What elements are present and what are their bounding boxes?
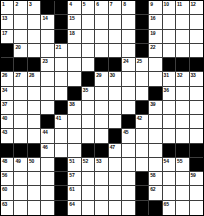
white-cell[interactable] bbox=[82, 44, 95, 58]
white-cell[interactable]: 8 bbox=[122, 1, 135, 15]
white-cell[interactable] bbox=[14, 129, 27, 143]
white-cell[interactable] bbox=[14, 201, 27, 215]
white-cell[interactable] bbox=[28, 201, 41, 215]
white-cell[interactable]: 28 bbox=[28, 72, 41, 86]
white-cell[interactable] bbox=[82, 30, 95, 44]
white-cell[interactable] bbox=[82, 186, 95, 200]
black-cell bbox=[41, 1, 54, 15]
white-cell[interactable] bbox=[122, 101, 135, 115]
clue-number: 52 bbox=[83, 158, 88, 164]
clue-number: 41 bbox=[56, 115, 61, 121]
white-cell[interactable] bbox=[82, 58, 95, 72]
black-cell bbox=[163, 144, 176, 158]
white-cell[interactable] bbox=[68, 129, 81, 143]
white-cell[interactable] bbox=[41, 186, 54, 200]
white-cell[interactable]: 30 bbox=[109, 72, 122, 86]
white-cell[interactable]: 41 bbox=[55, 115, 68, 129]
clue-number: 27 bbox=[15, 72, 20, 78]
black-cell bbox=[149, 201, 162, 215]
white-cell[interactable] bbox=[28, 101, 41, 115]
white-cell[interactable] bbox=[41, 101, 54, 115]
white-cell[interactable] bbox=[176, 15, 189, 29]
clue-number: 21 bbox=[56, 44, 61, 50]
clue-number: 10 bbox=[164, 1, 169, 7]
white-cell[interactable] bbox=[122, 158, 135, 172]
black-cell bbox=[55, 30, 68, 44]
white-cell[interactable]: 14 bbox=[41, 15, 54, 29]
white-cell[interactable] bbox=[109, 172, 122, 186]
black-cell bbox=[136, 15, 149, 29]
white-cell[interactable] bbox=[190, 115, 203, 129]
clue-number: 37 bbox=[2, 101, 7, 107]
white-cell[interactable] bbox=[163, 172, 176, 186]
black-cell bbox=[55, 101, 68, 115]
white-cell[interactable]: 5 bbox=[82, 1, 95, 15]
white-cell[interactable]: 58 bbox=[149, 172, 162, 186]
black-cell bbox=[55, 172, 68, 186]
white-cell[interactable] bbox=[122, 44, 135, 58]
clue-number: 9 bbox=[150, 1, 153, 7]
white-cell[interactable]: 32 bbox=[176, 72, 189, 86]
black-cell bbox=[95, 58, 108, 72]
white-cell[interactable]: 40 bbox=[1, 115, 14, 129]
clue-number: 16 bbox=[150, 15, 155, 21]
white-cell[interactable] bbox=[28, 115, 41, 129]
white-cell[interactable]: 53 bbox=[95, 158, 108, 172]
white-cell[interactable] bbox=[82, 15, 95, 29]
white-cell[interactable] bbox=[122, 72, 135, 86]
white-cell[interactable]: 13 bbox=[1, 15, 14, 29]
white-cell[interactable] bbox=[122, 144, 135, 158]
white-cell[interactable] bbox=[190, 101, 203, 115]
white-cell[interactable] bbox=[28, 186, 41, 200]
white-cell[interactable]: 39 bbox=[149, 101, 162, 115]
white-cell[interactable] bbox=[41, 158, 54, 172]
white-cell[interactable] bbox=[136, 129, 149, 143]
white-cell[interactable] bbox=[68, 58, 81, 72]
white-cell[interactable] bbox=[41, 44, 54, 58]
white-cell[interactable]: 22 bbox=[149, 44, 162, 58]
white-cell[interactable] bbox=[136, 158, 149, 172]
clue-number: 64 bbox=[69, 201, 74, 207]
clue-number: 33 bbox=[191, 72, 196, 78]
black-cell bbox=[109, 58, 122, 72]
white-cell[interactable] bbox=[136, 72, 149, 86]
white-cell[interactable]: 54 bbox=[163, 158, 176, 172]
white-cell[interactable]: 1 bbox=[1, 1, 14, 15]
white-cell[interactable]: 57 bbox=[68, 172, 81, 186]
white-cell[interactable]: 33 bbox=[190, 72, 203, 86]
clue-number: 49 bbox=[15, 158, 20, 164]
black-cell bbox=[41, 115, 54, 129]
white-cell[interactable] bbox=[122, 172, 135, 186]
white-cell[interactable] bbox=[122, 186, 135, 200]
white-cell[interactable]: 52 bbox=[82, 158, 95, 172]
white-cell[interactable] bbox=[190, 186, 203, 200]
black-cell bbox=[136, 186, 149, 200]
white-cell[interactable] bbox=[163, 101, 176, 115]
black-cell bbox=[163, 58, 176, 72]
clue-number: 54 bbox=[164, 158, 169, 164]
white-cell[interactable] bbox=[82, 101, 95, 115]
white-cell[interactable] bbox=[55, 87, 68, 101]
white-cell[interactable]: 64 bbox=[68, 201, 81, 215]
white-cell[interactable]: 27 bbox=[14, 72, 27, 86]
white-cell[interactable]: 36 bbox=[163, 87, 176, 101]
white-cell[interactable]: 29 bbox=[95, 72, 108, 86]
clue-number: 35 bbox=[83, 87, 88, 93]
black-cell bbox=[176, 144, 189, 158]
white-cell[interactable]: 38 bbox=[68, 101, 81, 115]
white-cell[interactable] bbox=[149, 158, 162, 172]
black-cell bbox=[55, 15, 68, 29]
white-cell[interactable] bbox=[95, 186, 108, 200]
clue-number: 20 bbox=[15, 44, 20, 50]
white-cell[interactable]: 48 bbox=[1, 158, 14, 172]
white-cell[interactable] bbox=[163, 186, 176, 200]
white-cell[interactable] bbox=[176, 101, 189, 115]
white-cell[interactable] bbox=[176, 129, 189, 143]
white-cell[interactable] bbox=[95, 201, 108, 215]
clue-number: 34 bbox=[2, 87, 7, 93]
white-cell[interactable] bbox=[176, 172, 189, 186]
clue-number: 26 bbox=[2, 72, 7, 78]
black-cell bbox=[190, 144, 203, 158]
white-cell[interactable] bbox=[41, 30, 54, 44]
white-cell[interactable] bbox=[176, 87, 189, 101]
clue-number: 63 bbox=[2, 201, 7, 207]
clue-number: 39 bbox=[150, 101, 155, 107]
white-cell[interactable] bbox=[14, 15, 27, 29]
white-cell[interactable] bbox=[109, 44, 122, 58]
white-cell[interactable] bbox=[163, 15, 176, 29]
black-cell bbox=[136, 101, 149, 115]
black-cell bbox=[136, 172, 149, 186]
white-cell[interactable] bbox=[82, 201, 95, 215]
white-cell[interactable]: 18 bbox=[68, 30, 81, 44]
clue-number: 22 bbox=[150, 44, 155, 50]
clue-number: 58 bbox=[150, 172, 155, 178]
clue-number: 44 bbox=[42, 129, 47, 135]
white-cell[interactable] bbox=[41, 72, 54, 86]
clue-number: 48 bbox=[2, 158, 7, 164]
white-cell[interactable]: 62 bbox=[149, 186, 162, 200]
white-cell[interactable] bbox=[28, 15, 41, 29]
black-cell bbox=[14, 144, 27, 158]
clue-number: 4 bbox=[69, 1, 72, 7]
black-cell bbox=[82, 72, 95, 86]
clue-number: 29 bbox=[96, 72, 101, 78]
clue-number: 62 bbox=[150, 186, 155, 192]
white-cell[interactable] bbox=[28, 129, 41, 143]
white-cell[interactable] bbox=[109, 15, 122, 29]
white-cell[interactable] bbox=[109, 115, 122, 129]
white-cell[interactable] bbox=[14, 186, 27, 200]
white-cell[interactable]: 34 bbox=[1, 87, 14, 101]
black-cell bbox=[136, 201, 149, 215]
white-cell[interactable]: 17 bbox=[1, 30, 14, 44]
black-cell bbox=[190, 58, 203, 72]
clue-number: 2 bbox=[15, 1, 18, 7]
white-cell[interactable] bbox=[82, 172, 95, 186]
white-cell[interactable]: 19 bbox=[149, 30, 162, 44]
white-cell[interactable]: 59 bbox=[190, 172, 203, 186]
clue-number: 6 bbox=[96, 1, 99, 7]
white-cell[interactable] bbox=[190, 15, 203, 29]
clue-number: 55 bbox=[177, 158, 182, 164]
white-cell[interactable]: 24 bbox=[122, 58, 135, 72]
white-cell[interactable]: 63 bbox=[1, 201, 14, 215]
white-cell[interactable] bbox=[95, 44, 108, 58]
clue-number: 40 bbox=[2, 115, 7, 121]
white-cell[interactable] bbox=[149, 144, 162, 158]
white-cell[interactable] bbox=[122, 15, 135, 29]
clue-number: 1 bbox=[2, 1, 5, 7]
white-cell[interactable] bbox=[82, 115, 95, 129]
white-cell[interactable] bbox=[28, 87, 41, 101]
white-cell[interactable] bbox=[122, 201, 135, 215]
clue-number: 32 bbox=[177, 72, 182, 78]
white-cell[interactable] bbox=[109, 186, 122, 200]
white-cell[interactable]: 44 bbox=[41, 129, 54, 143]
white-cell[interactable] bbox=[136, 87, 149, 101]
white-cell[interactable]: 56 bbox=[1, 172, 14, 186]
clue-number: 57 bbox=[69, 172, 74, 178]
white-cell[interactable]: 6 bbox=[95, 1, 108, 15]
white-cell[interactable] bbox=[95, 87, 108, 101]
white-cell[interactable] bbox=[14, 87, 27, 101]
white-cell[interactable] bbox=[68, 144, 81, 158]
white-cell[interactable] bbox=[149, 72, 162, 86]
black-cell bbox=[55, 1, 68, 15]
white-cell[interactable]: 20 bbox=[14, 44, 27, 58]
white-cell[interactable] bbox=[14, 172, 27, 186]
white-cell[interactable]: 49 bbox=[14, 158, 27, 172]
white-cell[interactable] bbox=[163, 129, 176, 143]
white-cell[interactable] bbox=[95, 15, 108, 29]
white-cell[interactable]: 26 bbox=[1, 72, 14, 86]
white-cell[interactable] bbox=[109, 87, 122, 101]
white-cell[interactable] bbox=[136, 144, 149, 158]
white-cell[interactable] bbox=[55, 72, 68, 86]
white-cell[interactable]: 61 bbox=[68, 186, 81, 200]
crossword-board: 1234567891011121314151617181920212223242… bbox=[0, 0, 204, 216]
black-cell bbox=[176, 58, 189, 72]
white-cell[interactable] bbox=[176, 186, 189, 200]
clue-number: 47 bbox=[110, 144, 115, 150]
white-cell[interactable]: 21 bbox=[55, 44, 68, 58]
white-cell[interactable] bbox=[176, 115, 189, 129]
clue-number: 12 bbox=[191, 1, 196, 7]
white-cell[interactable] bbox=[55, 58, 68, 72]
clue-number: 60 bbox=[2, 186, 7, 192]
clue-number: 51 bbox=[69, 158, 74, 164]
white-cell[interactable] bbox=[190, 87, 203, 101]
white-cell[interactable]: 3 bbox=[28, 1, 41, 15]
white-cell[interactable]: 12 bbox=[190, 1, 203, 15]
clue-number: 3 bbox=[29, 1, 32, 7]
white-cell[interactable] bbox=[95, 101, 108, 115]
white-cell[interactable]: 23 bbox=[41, 58, 54, 72]
clue-number: 25 bbox=[137, 58, 142, 64]
white-cell[interactable] bbox=[82, 129, 95, 143]
white-cell[interactable] bbox=[95, 115, 108, 129]
white-cell[interactable] bbox=[28, 172, 41, 186]
black-cell bbox=[55, 158, 68, 172]
black-cell bbox=[68, 87, 81, 101]
white-cell[interactable] bbox=[95, 129, 108, 143]
white-cell[interactable]: 15 bbox=[68, 15, 81, 29]
clue-number: 53 bbox=[96, 158, 101, 164]
white-cell[interactable]: 37 bbox=[1, 101, 14, 115]
white-cell[interactable] bbox=[176, 201, 189, 215]
clue-number: 36 bbox=[164, 87, 169, 93]
clue-number: 30 bbox=[110, 72, 115, 78]
white-cell[interactable] bbox=[14, 30, 27, 44]
white-cell[interactable] bbox=[55, 129, 68, 143]
white-cell[interactable] bbox=[122, 30, 135, 44]
white-cell[interactable] bbox=[190, 44, 203, 58]
white-cell[interactable] bbox=[122, 87, 135, 101]
black-cell bbox=[136, 44, 149, 58]
white-cell[interactable]: 51 bbox=[68, 158, 81, 172]
white-cell[interactable] bbox=[109, 201, 122, 215]
clue-number: 7 bbox=[110, 1, 113, 7]
clue-number: 13 bbox=[2, 15, 7, 21]
clue-number: 31 bbox=[164, 72, 169, 78]
black-cell bbox=[1, 44, 14, 58]
black-cell bbox=[136, 30, 149, 44]
black-cell bbox=[149, 87, 162, 101]
clue-number: 45 bbox=[123, 129, 128, 135]
white-cell[interactable]: 50 bbox=[28, 158, 41, 172]
white-cell[interactable] bbox=[109, 101, 122, 115]
clue-number: 15 bbox=[69, 15, 74, 21]
white-cell[interactable] bbox=[68, 44, 81, 58]
white-cell[interactable]: 45 bbox=[122, 129, 135, 143]
white-cell[interactable]: 25 bbox=[136, 58, 149, 72]
black-cell bbox=[1, 144, 14, 158]
white-cell[interactable] bbox=[109, 30, 122, 44]
black-cell bbox=[122, 115, 135, 129]
clue-number: 11 bbox=[177, 1, 182, 7]
black-cell bbox=[82, 144, 95, 158]
white-cell[interactable]: 9 bbox=[149, 1, 162, 15]
white-cell[interactable]: 4 bbox=[68, 1, 81, 15]
white-cell[interactable] bbox=[28, 30, 41, 44]
white-cell[interactable]: 60 bbox=[1, 186, 14, 200]
white-cell[interactable]: 35 bbox=[82, 87, 95, 101]
white-cell[interactable]: 2 bbox=[14, 1, 27, 15]
clue-number: 59 bbox=[191, 172, 196, 178]
black-cell bbox=[190, 158, 203, 172]
clue-number: 56 bbox=[2, 172, 7, 178]
white-cell[interactable] bbox=[149, 129, 162, 143]
black-cell bbox=[136, 1, 149, 15]
white-cell[interactable] bbox=[163, 44, 176, 58]
white-cell[interactable]: 31 bbox=[163, 72, 176, 86]
black-cell bbox=[28, 58, 41, 72]
white-cell[interactable]: 7 bbox=[109, 1, 122, 15]
black-cell bbox=[28, 144, 41, 158]
clue-number: 46 bbox=[42, 144, 47, 150]
black-cell bbox=[95, 144, 108, 158]
white-cell[interactable] bbox=[68, 72, 81, 86]
white-cell[interactable] bbox=[190, 129, 203, 143]
black-cell bbox=[14, 58, 27, 72]
black-cell bbox=[109, 129, 122, 143]
white-cell[interactable] bbox=[176, 30, 189, 44]
white-cell[interactable]: 10 bbox=[163, 1, 176, 15]
white-cell[interactable] bbox=[41, 201, 54, 215]
white-cell[interactable]: 43 bbox=[1, 129, 14, 143]
white-cell[interactable] bbox=[109, 158, 122, 172]
white-cell[interactable]: 42 bbox=[136, 115, 149, 129]
clue-number: 43 bbox=[2, 129, 7, 135]
white-cell[interactable] bbox=[149, 115, 162, 129]
white-cell[interactable] bbox=[190, 30, 203, 44]
white-cell[interactable] bbox=[14, 115, 27, 129]
white-cell[interactable] bbox=[68, 115, 81, 129]
white-cell[interactable]: 11 bbox=[176, 1, 189, 15]
clue-number: 24 bbox=[123, 58, 128, 64]
clue-number: 50 bbox=[29, 158, 34, 164]
clue-number: 5 bbox=[83, 1, 86, 7]
white-cell[interactable] bbox=[190, 201, 203, 215]
white-cell[interactable] bbox=[95, 30, 108, 44]
white-cell[interactable] bbox=[163, 115, 176, 129]
white-cell[interactable]: 65 bbox=[163, 201, 176, 215]
clue-number: 18 bbox=[69, 30, 74, 36]
clue-number: 28 bbox=[29, 72, 34, 78]
clue-number: 17 bbox=[2, 30, 7, 36]
clue-number: 8 bbox=[123, 1, 126, 7]
black-cell bbox=[55, 201, 68, 215]
white-cell[interactable]: 16 bbox=[149, 15, 162, 29]
white-cell[interactable] bbox=[55, 144, 68, 158]
white-cell[interactable]: 47 bbox=[109, 144, 122, 158]
white-cell[interactable] bbox=[41, 87, 54, 101]
white-cell[interactable] bbox=[176, 44, 189, 58]
white-cell[interactable]: 55 bbox=[176, 158, 189, 172]
white-cell[interactable] bbox=[14, 101, 27, 115]
clue-number: 38 bbox=[69, 101, 74, 107]
clue-number: 61 bbox=[69, 186, 74, 192]
clue-number: 42 bbox=[137, 115, 142, 121]
white-cell[interactable] bbox=[41, 172, 54, 186]
clue-number: 23 bbox=[42, 58, 47, 64]
clue-number: 65 bbox=[164, 201, 169, 207]
white-cell[interactable] bbox=[163, 30, 176, 44]
white-cell[interactable] bbox=[28, 44, 41, 58]
black-cell bbox=[1, 58, 14, 72]
white-cell[interactable]: 46 bbox=[41, 144, 54, 158]
black-cell bbox=[55, 186, 68, 200]
clue-number: 19 bbox=[150, 30, 155, 36]
white-cell[interactable] bbox=[149, 58, 162, 72]
white-cell[interactable] bbox=[95, 172, 108, 186]
clue-number: 14 bbox=[42, 15, 47, 21]
